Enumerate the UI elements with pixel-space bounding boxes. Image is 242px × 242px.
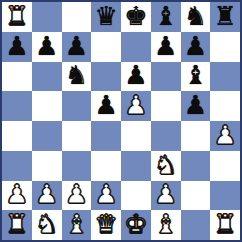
square-h8[interactable]: ♜ xyxy=(210,2,240,32)
square-f2[interactable]: ♟ xyxy=(151,181,181,211)
white-pawn[interactable]: ♟ xyxy=(213,122,236,148)
black-king[interactable]: ♚ xyxy=(124,3,147,29)
square-a1[interactable]: ♜ xyxy=(2,210,32,240)
square-e2[interactable] xyxy=(121,181,151,211)
black-bishop[interactable]: ♝ xyxy=(154,3,177,29)
square-e5[interactable]: ♟ xyxy=(121,91,151,121)
square-c3[interactable] xyxy=(62,151,92,181)
square-a5[interactable] xyxy=(2,91,32,121)
white-knight[interactable]: ♞ xyxy=(35,211,58,237)
square-d5[interactable]: ♟ xyxy=(91,91,121,121)
square-d2[interactable]: ♟ xyxy=(91,181,121,211)
square-a4[interactable] xyxy=(2,121,32,151)
square-d1[interactable]: ♛ xyxy=(91,210,121,240)
square-d7[interactable] xyxy=(91,32,121,62)
square-b1[interactable]: ♞ xyxy=(32,210,62,240)
square-f1[interactable]: ♝ xyxy=(151,210,181,240)
black-pawn[interactable]: ♟ xyxy=(184,92,207,118)
square-g5[interactable]: ♟ xyxy=(181,91,211,121)
black-rook[interactable]: ♜ xyxy=(213,3,236,29)
square-c4[interactable] xyxy=(62,121,92,151)
chess-board[interactable]: ♜♛♚♝♞♜♟♟♟♟♟♞♟♝♟♟♟♟♞♟♟♟♟♟♜♞♝♛♚♝♜ xyxy=(0,0,242,242)
square-c1[interactable]: ♝ xyxy=(62,210,92,240)
square-h6[interactable] xyxy=(210,62,240,92)
black-pawn[interactable]: ♟ xyxy=(35,33,58,59)
white-pawn[interactable]: ♟ xyxy=(65,181,88,207)
white-pawn[interactable]: ♟ xyxy=(94,181,117,207)
square-h1[interactable]: ♜ xyxy=(210,210,240,240)
black-pawn[interactable]: ♟ xyxy=(65,33,88,59)
square-g1[interactable] xyxy=(181,210,211,240)
square-f4[interactable] xyxy=(151,121,181,151)
black-knight[interactable]: ♞ xyxy=(65,62,88,88)
white-pawn[interactable]: ♟ xyxy=(124,92,147,118)
square-e8[interactable]: ♚ xyxy=(121,2,151,32)
square-g6[interactable]: ♝ xyxy=(181,62,211,92)
square-a3[interactable] xyxy=(2,151,32,181)
square-h4[interactable]: ♟ xyxy=(210,121,240,151)
white-queen[interactable]: ♛ xyxy=(94,211,117,237)
white-pawn[interactable]: ♟ xyxy=(154,181,177,207)
square-c2[interactable]: ♟ xyxy=(62,181,92,211)
square-b4[interactable] xyxy=(32,121,62,151)
white-rook[interactable]: ♜ xyxy=(213,211,236,237)
square-g8[interactable]: ♞ xyxy=(181,2,211,32)
white-rook[interactable]: ♜ xyxy=(5,211,28,237)
square-e4[interactable] xyxy=(121,121,151,151)
square-b3[interactable] xyxy=(32,151,62,181)
square-d8[interactable]: ♛ xyxy=(91,2,121,32)
square-h2[interactable] xyxy=(210,181,240,211)
square-f3[interactable]: ♞ xyxy=(151,151,181,181)
white-knight[interactable]: ♞ xyxy=(154,152,177,178)
black-queen[interactable]: ♛ xyxy=(94,3,117,29)
white-pawn[interactable]: ♟ xyxy=(35,181,58,207)
square-b8[interactable] xyxy=(32,2,62,32)
square-d6[interactable] xyxy=(91,62,121,92)
square-e1[interactable]: ♚ xyxy=(121,210,151,240)
square-f8[interactable]: ♝ xyxy=(151,2,181,32)
square-b7[interactable]: ♟ xyxy=(32,32,62,62)
black-pawn[interactable]: ♟ xyxy=(154,33,177,59)
black-pawn[interactable]: ♟ xyxy=(94,92,117,118)
black-pawn[interactable]: ♟ xyxy=(5,33,28,59)
square-h5[interactable] xyxy=(210,91,240,121)
square-b2[interactable]: ♟ xyxy=(32,181,62,211)
square-c7[interactable]: ♟ xyxy=(62,32,92,62)
square-d4[interactable] xyxy=(91,121,121,151)
black-knight[interactable]: ♞ xyxy=(184,3,207,29)
square-h3[interactable] xyxy=(210,151,240,181)
square-c6[interactable]: ♞ xyxy=(62,62,92,92)
square-f7[interactable]: ♟ xyxy=(151,32,181,62)
square-g3[interactable] xyxy=(181,151,211,181)
black-pawn[interactable]: ♟ xyxy=(124,62,147,88)
square-c5[interactable] xyxy=(62,91,92,121)
square-e7[interactable] xyxy=(121,32,151,62)
square-a8[interactable]: ♜ xyxy=(2,2,32,32)
white-king[interactable]: ♚ xyxy=(124,211,147,237)
square-g4[interactable] xyxy=(181,121,211,151)
chess-app: ♜♛♚♝♞♜♟♟♟♟♟♞♟♝♟♟♟♟♞♟♟♟♟♟♜♞♝♛♚♝♜ xyxy=(0,0,242,242)
square-g7[interactable]: ♟ xyxy=(181,32,211,62)
square-f5[interactable] xyxy=(151,91,181,121)
square-g2[interactable] xyxy=(181,181,211,211)
square-c8[interactable] xyxy=(62,2,92,32)
square-a2[interactable]: ♟ xyxy=(2,181,32,211)
square-d3[interactable] xyxy=(91,151,121,181)
white-rook[interactable]: ♜ xyxy=(5,3,28,29)
square-e6[interactable]: ♟ xyxy=(121,62,151,92)
black-bishop[interactable]: ♝ xyxy=(184,62,207,88)
square-b6[interactable] xyxy=(32,62,62,92)
white-bishop[interactable]: ♝ xyxy=(65,211,88,237)
black-pawn[interactable]: ♟ xyxy=(184,33,207,59)
square-e3[interactable] xyxy=(121,151,151,181)
square-a6[interactable] xyxy=(2,62,32,92)
square-f6[interactable] xyxy=(151,62,181,92)
square-a7[interactable]: ♟ xyxy=(2,32,32,62)
square-h7[interactable] xyxy=(210,32,240,62)
white-bishop[interactable]: ♝ xyxy=(154,211,177,237)
white-pawn[interactable]: ♟ xyxy=(5,181,28,207)
square-b5[interactable] xyxy=(32,91,62,121)
